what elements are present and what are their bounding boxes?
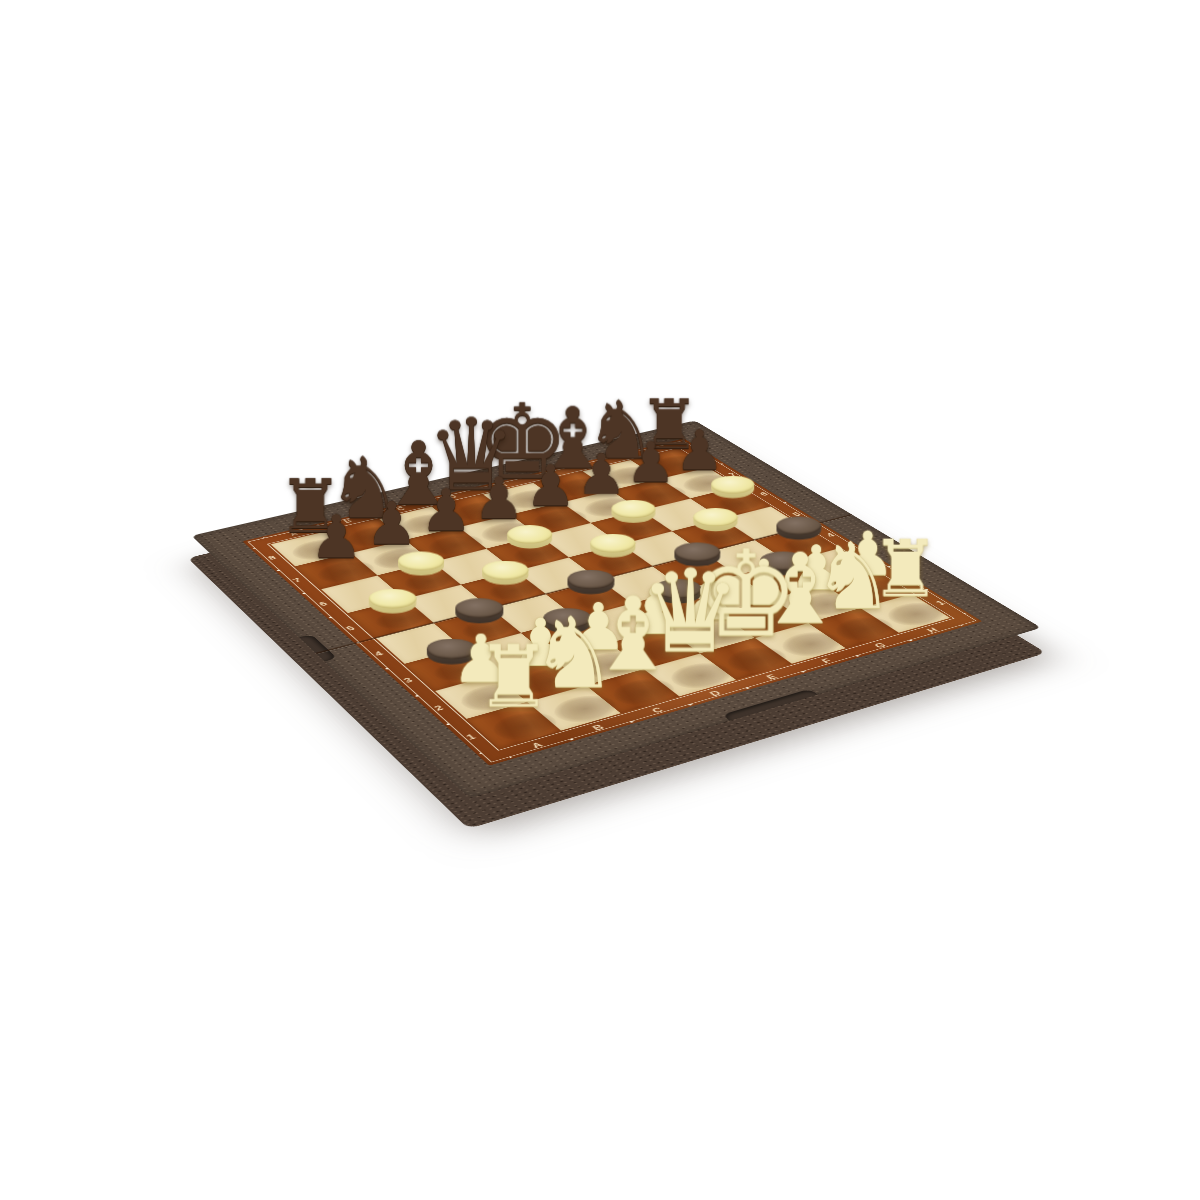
checker-top	[482, 561, 528, 580]
cream-checker-c5[interactable]	[481, 561, 529, 591]
perspective-scene: ABCDEFGH ABCDEFGH 87654321 87654321 ♜♞♝♛…	[0, 0, 1200, 1200]
cream-checker-d6[interactable]	[506, 525, 553, 554]
product-photo: ABCDEFGH ABCDEFGH 87654321 87654321 ♜♞♝♛…	[0, 0, 1200, 1200]
white-rook-a1[interactable]: ♜	[441, 628, 587, 725]
cream-checker-a5[interactable]	[368, 589, 418, 620]
checker-top	[611, 500, 655, 518]
cream-checker-f6[interactable]	[610, 500, 656, 529]
checker-top	[507, 525, 552, 544]
checker-top	[398, 551, 444, 570]
checker-top	[369, 589, 417, 609]
chess-board: ABCDEFGH ABCDEFGH 87654321 87654321 ♜♞♝♛…	[191, 420, 1041, 798]
board-surface: ABCDEFGH ABCDEFGH 87654321 87654321 ♜♞♝♛…	[191, 420, 1041, 798]
cream-checker-b6[interactable]	[397, 551, 445, 581]
